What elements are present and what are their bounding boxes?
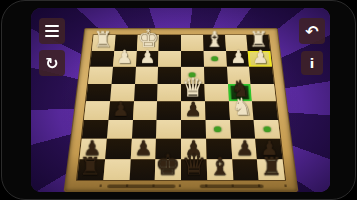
white-pawn[interactable]: ♟ [249,48,272,66]
frame-watermark [199,184,263,188]
square[interactable] [181,50,204,66]
black-king[interactable]: ♚ [155,150,181,178]
square[interactable] [204,101,229,119]
square[interactable]: ♟ [112,50,136,66]
square[interactable] [83,101,109,119]
app-screen: ♜♚♝♜♟♟♟♟♛♞♟♟♞♟♟♟♟♟♜♚♛♝♜ ↻ ↶ i [31,8,330,192]
info-icon: i [310,56,314,71]
square[interactable] [156,101,180,119]
square[interactable] [157,67,180,84]
move-hint-dot[interactable] [211,56,218,61]
square[interactable] [103,159,130,180]
square[interactable] [204,83,228,101]
square[interactable]: ♟ [225,50,249,66]
white-rook[interactable]: ♜ [91,28,113,50]
menu-button[interactable] [39,18,65,44]
square[interactable] [203,50,226,66]
square[interactable] [132,101,157,119]
square[interactable]: ♝ [206,159,233,180]
square[interactable] [252,101,278,119]
black-pawn[interactable]: ♟ [181,99,205,118]
square[interactable]: ♟ [230,139,257,159]
move-hint-dot[interactable] [262,126,270,132]
square[interactable] [90,50,114,66]
white-bishop[interactable]: ♝ [203,28,225,50]
square[interactable] [158,35,180,51]
square[interactable] [157,83,181,101]
square[interactable] [158,50,181,66]
undo-button[interactable]: ↶ [299,18,325,44]
square[interactable]: ♝ [202,35,225,51]
move-hint-dot[interactable] [214,126,221,132]
white-queen[interactable]: ♛ [181,74,205,100]
square[interactable] [86,83,111,101]
white-pawn[interactable]: ♟ [135,48,158,66]
white-pawn[interactable]: ♟ [226,48,249,66]
white-knight[interactable]: ♞ [229,95,253,118]
square[interactable] [88,67,113,84]
black-queen[interactable]: ♛ [181,150,207,178]
square[interactable]: ♟ [181,101,205,119]
square[interactable]: ♜ [91,35,115,51]
board-3d-wrapper: ♜♚♝♜♟♟♟♟♛♞♟♟♞♟♟♟♟♟♜♚♛♝♜ [63,28,298,192]
info-button[interactable]: i [301,51,323,75]
square[interactable] [231,159,258,180]
square[interactable] [156,119,181,138]
square[interactable]: ♚ [155,159,181,180]
rotate-icon: ↻ [45,54,58,73]
square[interactable] [104,139,131,159]
undo-icon: ↶ [305,22,318,41]
square[interactable] [203,67,227,84]
square[interactable]: ♜ [257,159,285,180]
hamburger-icon [45,30,59,32]
square[interactable]: ♛ [181,159,207,180]
black-rook[interactable]: ♜ [77,154,103,179]
square[interactable] [106,119,132,138]
square[interactable]: ♟ [130,139,156,159]
frame-watermark [107,184,175,188]
square[interactable]: ♟ [108,101,133,119]
square[interactable] [111,67,135,84]
board-frame: ♜♚♝♜♟♟♟♟♛♞♟♟♞♟♟♟♟♟♜♚♛♝♜ [63,28,298,192]
black-rook[interactable]: ♜ [258,154,284,179]
phone-frame: ♜♚♝♜♟♟♟♟♛♞♟♟♞♟♟♟♟♟♜♚♛♝♜ ↻ ↶ i [1,0,356,200]
square[interactable]: ♟ [135,50,158,66]
rotate-board-button[interactable]: ↻ [39,50,65,76]
square[interactable]: ♟ [247,50,271,66]
square[interactable] [129,159,156,180]
black-pawn[interactable]: ♟ [231,138,256,158]
black-pawn[interactable]: ♟ [108,99,132,118]
chess-board[interactable]: ♜♚♝♜♟♟♟♟♛♞♟♟♞♟♟♟♟♟♜♚♛♝♜ [75,34,285,180]
square[interactable] [134,67,158,84]
square[interactable]: ♜ [77,159,105,180]
black-pawn[interactable]: ♟ [130,138,155,158]
square[interactable] [181,35,203,51]
screenshot: ♜♚♝♜♟♟♟♟♛♞♟♟♞♟♟♟♟♟♜♚♛♝♜ ↻ ↶ i [0,0,357,200]
hamburger-icon [45,25,59,27]
hamburger-icon [45,35,59,37]
black-bishop[interactable]: ♝ [206,154,232,179]
white-pawn[interactable]: ♟ [112,48,135,66]
square[interactable]: ♞ [228,101,253,119]
square[interactable] [133,83,157,101]
square[interactable] [205,119,230,138]
